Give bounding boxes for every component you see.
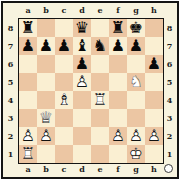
square-e5[interactable] bbox=[91, 73, 109, 91]
square-g8[interactable]: ♚ bbox=[127, 19, 145, 37]
square-h3[interactable] bbox=[145, 109, 163, 127]
square-a5[interactable] bbox=[19, 73, 37, 91]
rank-label-7: 7 bbox=[5, 37, 16, 55]
square-a2[interactable]: ♟♙ bbox=[19, 127, 37, 145]
square-e7[interactable]: ♞ bbox=[91, 37, 109, 55]
square-e6[interactable] bbox=[91, 55, 109, 73]
piece-black-pawn-icon: ♟ bbox=[109, 37, 127, 55]
square-g1[interactable]: ♚♔ bbox=[127, 145, 145, 163]
square-c3[interactable] bbox=[55, 109, 73, 127]
square-f2[interactable]: ♟♙ bbox=[109, 127, 127, 145]
rank-label-2: 2 bbox=[5, 127, 16, 145]
rank-label-1: 1 bbox=[5, 145, 16, 163]
piece-white-rook-icon: ♖ bbox=[91, 91, 109, 109]
chess-diagram-frame: abcdefgh 87654321 87654321 abcdefgh ♜♛♜♚… bbox=[1, 1, 179, 179]
square-d7[interactable]: ♝ bbox=[73, 37, 91, 55]
piece-black-pawn-icon: ♟ bbox=[127, 37, 145, 55]
file-labels-bottom: abcdefgh bbox=[19, 164, 163, 175]
piece-white-bishop-icon: ♗ bbox=[55, 91, 73, 109]
file-label-e: e bbox=[91, 164, 109, 175]
file-label-d: d bbox=[73, 5, 91, 16]
file-label-a: a bbox=[19, 5, 37, 16]
square-d2[interactable] bbox=[73, 127, 91, 145]
square-h6[interactable]: ♟ bbox=[145, 55, 163, 73]
piece-white-knight-icon: ♘ bbox=[127, 73, 145, 91]
file-label-e: e bbox=[91, 5, 109, 16]
square-g7[interactable]: ♟ bbox=[127, 37, 145, 55]
piece-white-rook-icon: ♖ bbox=[19, 145, 37, 163]
square-b6[interactable] bbox=[37, 55, 55, 73]
square-d1[interactable] bbox=[73, 145, 91, 163]
square-e1[interactable] bbox=[91, 145, 109, 163]
rank-label-3: 3 bbox=[164, 109, 175, 127]
square-h7[interactable] bbox=[145, 37, 163, 55]
piece-black-bishop-icon: ♝ bbox=[73, 37, 91, 55]
piece-black-pawn-icon: ♟ bbox=[73, 55, 91, 73]
piece-black-pawn-icon: ♟ bbox=[145, 55, 163, 73]
file-label-f: f bbox=[109, 164, 127, 175]
square-d4[interactable] bbox=[73, 91, 91, 109]
square-c5[interactable] bbox=[55, 73, 73, 91]
file-label-g: g bbox=[127, 164, 145, 175]
square-c1[interactable] bbox=[55, 145, 73, 163]
square-e4[interactable]: ♜♖ bbox=[91, 91, 109, 109]
file-label-f: f bbox=[109, 5, 127, 16]
rank-label-4: 4 bbox=[5, 91, 16, 109]
square-f8[interactable]: ♜ bbox=[109, 19, 127, 37]
square-g3[interactable] bbox=[127, 109, 145, 127]
square-f1[interactable] bbox=[109, 145, 127, 163]
piece-black-rook-icon: ♜ bbox=[19, 19, 37, 37]
square-b3[interactable]: ♛♕ bbox=[37, 109, 55, 127]
file-labels-top: abcdefgh bbox=[19, 5, 163, 16]
piece-white-pawn-icon: ♙ bbox=[73, 73, 91, 91]
square-e3[interactable] bbox=[91, 109, 109, 127]
square-c6[interactable] bbox=[55, 55, 73, 73]
square-f3[interactable] bbox=[109, 109, 127, 127]
file-label-a: a bbox=[19, 164, 37, 175]
chess-diagram-page: abcdefgh 87654321 87654321 abcdefgh ♜♛♜♚… bbox=[0, 0, 180, 180]
rank-label-5: 5 bbox=[164, 73, 175, 91]
square-a7[interactable]: ♟ bbox=[19, 37, 37, 55]
file-label-b: b bbox=[37, 5, 55, 16]
square-d6[interactable]: ♟ bbox=[73, 55, 91, 73]
piece-white-queen-icon: ♕ bbox=[37, 109, 55, 127]
piece-white-pawn-icon: ♙ bbox=[109, 127, 127, 145]
square-g5[interactable]: ♞♘ bbox=[127, 73, 145, 91]
square-d3[interactable] bbox=[73, 109, 91, 127]
square-c4[interactable]: ♝♗ bbox=[55, 91, 73, 109]
square-g4[interactable] bbox=[127, 91, 145, 109]
square-f5[interactable] bbox=[109, 73, 127, 91]
rank-label-8: 8 bbox=[5, 19, 16, 37]
square-h4[interactable] bbox=[145, 91, 163, 109]
file-label-h: h bbox=[145, 164, 163, 175]
file-label-c: c bbox=[55, 5, 73, 16]
file-label-b: b bbox=[37, 164, 55, 175]
rank-label-4: 4 bbox=[164, 91, 175, 109]
rank-label-3: 3 bbox=[5, 109, 16, 127]
square-f6[interactable] bbox=[109, 55, 127, 73]
square-b4[interactable] bbox=[37, 91, 55, 109]
piece-black-knight-icon: ♞ bbox=[91, 37, 109, 55]
square-f4[interactable] bbox=[109, 91, 127, 109]
chess-board: ♜♛♜♚♟♟♟♝♞♟♟♟♟♟♙♞♘♝♗♜♖♛♕♟♙♟♙♟♙♟♙♟♙♜♖♚♔ bbox=[18, 18, 164, 164]
piece-white-pawn-icon: ♙ bbox=[19, 127, 37, 145]
rank-labels-left: 87654321 bbox=[5, 19, 16, 163]
piece-black-pawn-icon: ♟ bbox=[55, 37, 73, 55]
rank-label-2: 2 bbox=[164, 127, 175, 145]
square-h5[interactable] bbox=[145, 73, 163, 91]
rank-label-7: 7 bbox=[164, 37, 175, 55]
file-label-d: d bbox=[73, 164, 91, 175]
square-b5[interactable] bbox=[37, 73, 55, 91]
square-b8[interactable] bbox=[37, 19, 55, 37]
rank-label-6: 6 bbox=[164, 55, 175, 73]
rank-labels-right: 87654321 bbox=[164, 19, 175, 163]
piece-white-pawn-icon: ♙ bbox=[145, 127, 163, 145]
square-b7[interactable]: ♟ bbox=[37, 37, 55, 55]
square-g6[interactable] bbox=[127, 55, 145, 73]
square-h8[interactable] bbox=[145, 19, 163, 37]
piece-black-pawn-icon: ♟ bbox=[19, 37, 37, 55]
rank-label-6: 6 bbox=[5, 55, 16, 73]
file-label-h: h bbox=[145, 5, 163, 16]
piece-white-king-icon: ♔ bbox=[127, 145, 145, 163]
square-d5[interactable]: ♟♙ bbox=[73, 73, 91, 91]
piece-black-king-icon: ♚ bbox=[127, 19, 145, 37]
square-a8[interactable]: ♜ bbox=[19, 19, 37, 37]
square-h2[interactable]: ♟♙ bbox=[145, 127, 163, 145]
square-b1[interactable] bbox=[37, 145, 55, 163]
piece-black-queen-icon: ♛ bbox=[73, 19, 91, 37]
square-e8[interactable] bbox=[91, 19, 109, 37]
square-d8[interactable]: ♛ bbox=[73, 19, 91, 37]
rank-label-1: 1 bbox=[164, 145, 175, 163]
file-label-g: g bbox=[127, 5, 145, 16]
square-a4[interactable] bbox=[19, 91, 37, 109]
square-a6[interactable] bbox=[19, 55, 37, 73]
piece-black-pawn-icon: ♟ bbox=[37, 37, 55, 55]
square-b2[interactable]: ♟♙ bbox=[37, 127, 55, 145]
piece-black-rook-icon: ♜ bbox=[109, 19, 127, 37]
piece-white-pawn-icon: ♙ bbox=[127, 127, 145, 145]
square-c2[interactable] bbox=[55, 127, 73, 145]
square-c8[interactable] bbox=[55, 19, 73, 37]
rank-label-8: 8 bbox=[164, 19, 175, 37]
square-a3[interactable] bbox=[19, 109, 37, 127]
square-e2[interactable] bbox=[91, 127, 109, 145]
rank-label-5: 5 bbox=[5, 73, 16, 91]
square-h1[interactable] bbox=[145, 145, 163, 163]
square-a1[interactable]: ♜♖ bbox=[19, 145, 37, 163]
square-g2[interactable]: ♟♙ bbox=[127, 127, 145, 145]
side-to-move-indicator bbox=[164, 164, 173, 173]
piece-white-pawn-icon: ♙ bbox=[37, 127, 55, 145]
square-c7[interactable]: ♟ bbox=[55, 37, 73, 55]
square-f7[interactable]: ♟ bbox=[109, 37, 127, 55]
file-label-c: c bbox=[55, 164, 73, 175]
